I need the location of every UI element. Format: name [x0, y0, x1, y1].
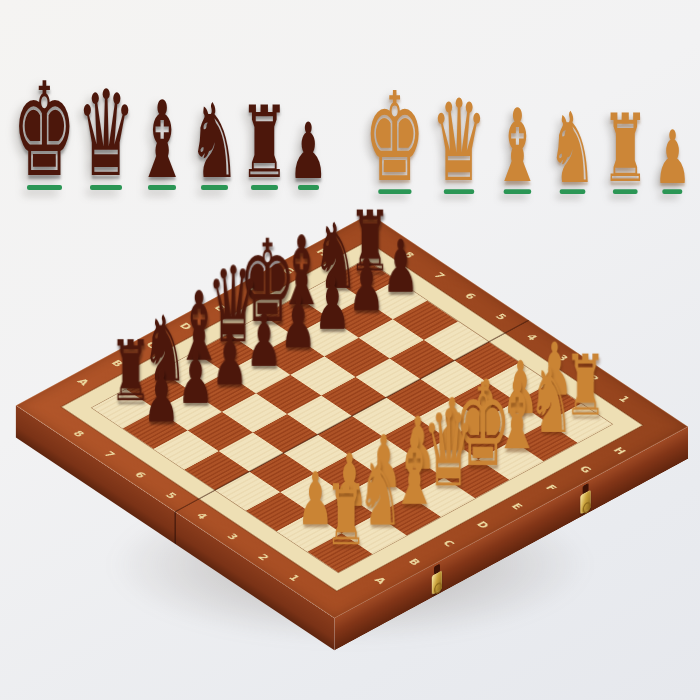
queen-piece-glyph: ♛ [431, 96, 487, 189]
chess-board: ABCDEFGH ABCDEFGH 87654321 87654321 ♜♞♝♛… [16, 246, 688, 651]
pawn-piece-glyph: ♟ [289, 121, 328, 184]
pawn-piece-glyph: ♟ [654, 128, 691, 188]
king-piece-glyph: ♚ [12, 78, 77, 184]
queen-piece-glyph: ♛ [77, 87, 136, 184]
tray-piece-light-queen: ♛ [431, 137, 487, 194]
tray-piece-dark-pawn: ♟ [289, 149, 328, 190]
dark-pieces-row: ♚♛♝♞♜♟ [12, 38, 324, 190]
tray-piece-light-king: ♚ [364, 132, 425, 194]
clasp-hook [432, 570, 442, 595]
light-pieces-row: ♚♛♝♞♜♟ [364, 63, 691, 194]
tray-piece-dark-rook: ♜ [240, 139, 289, 190]
tray-piece-dark-queen: ♛ [77, 130, 136, 190]
knight-piece-glyph: ♞ [189, 100, 240, 184]
piece-black-pawn-f7: ♟ [314, 268, 351, 341]
piece-white-rook-a1: ♜ [325, 473, 367, 557]
knight-piece-glyph: ♞ [548, 108, 597, 188]
bishop-piece-glyph: ♝ [136, 97, 189, 184]
brass-clasp [580, 486, 590, 516]
board-scene: ABCDEFGH ABCDEFGH 87654321 87654321 ♜♞♝♛… [114, 210, 590, 686]
product-photo: ♚♛♝♞♜♟ ♚♛♝♞♜♟ ABCDEFGH ABCDEFGH 87 [0, 0, 700, 700]
tray-piece-light-rook: ♜ [602, 145, 649, 194]
piece-black-pawn-g7: ♟ [348, 249, 385, 322]
brass-clasp [432, 566, 442, 596]
rook-piece-glyph: ♜ [240, 103, 289, 184]
piece-black-pawn-b7: ♟ [177, 342, 214, 415]
piece-black-pawn-e7: ♟ [280, 286, 317, 359]
tray-piece-dark-king: ♚ [12, 125, 77, 190]
piece-black-pawn-c7: ♟ [211, 323, 248, 396]
clasp-hook [580, 490, 590, 515]
board-top-face: ABCDEFGH ABCDEFGH 87654321 87654321 ♜♞♝♛… [16, 214, 688, 619]
piece-black-pawn-d7: ♟ [245, 305, 282, 378]
tray-piece-dark-knight: ♞ [189, 137, 240, 190]
rook-piece-glyph: ♜ [602, 111, 649, 188]
tray-piece-dark-bishop: ♝ [136, 136, 189, 190]
fold-seam-side [174, 511, 175, 544]
bishop-piece-glyph: ♝ [492, 106, 542, 189]
tray-piece-light-knight: ♞ [548, 144, 597, 194]
tray-piece-light-pawn: ♟ [654, 155, 691, 194]
king-piece-glyph: ♚ [364, 87, 425, 188]
piece-black-pawn-a7: ♟ [143, 360, 180, 433]
tray-piece-light-bishop: ♝ [492, 142, 542, 194]
